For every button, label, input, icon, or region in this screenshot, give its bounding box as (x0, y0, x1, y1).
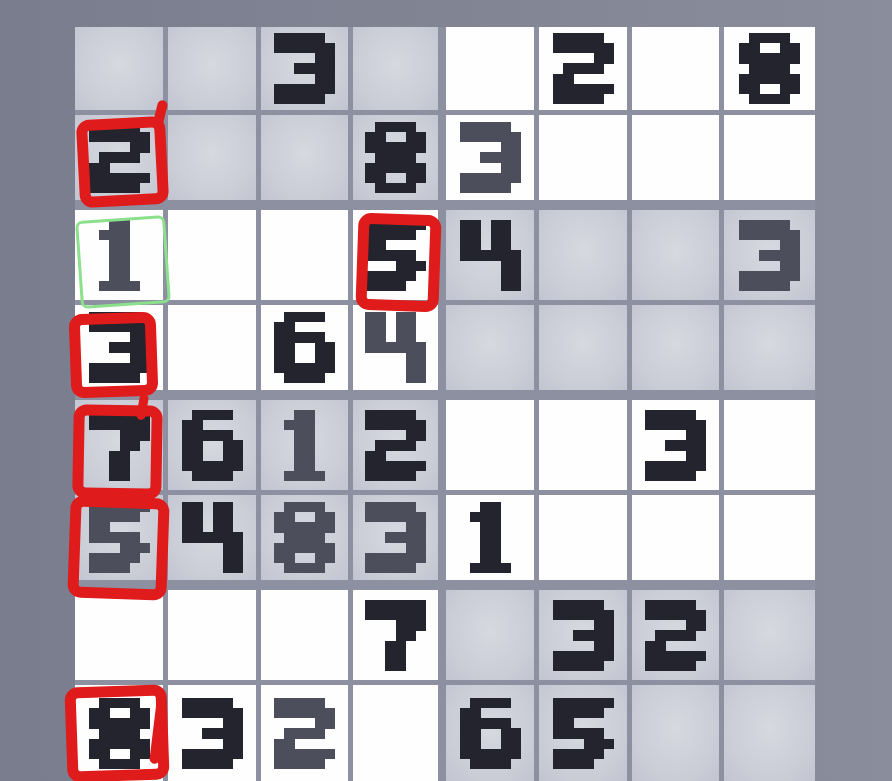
digit-2-glyph (89, 122, 150, 193)
cell-r2c7[interactable] (632, 115, 719, 200)
cell-r4c4[interactable] (353, 305, 438, 390)
digit-1-glyph (89, 220, 150, 291)
cell-r1c7[interactable] (632, 27, 719, 110)
cell-r6c5[interactable] (446, 495, 534, 580)
cell-r2c2[interactable] (168, 115, 256, 200)
digit-2-glyph (365, 410, 426, 481)
cell-r3c1[interactable] (75, 210, 163, 300)
digit-8-glyph (274, 502, 335, 573)
digit-3-glyph (460, 122, 521, 193)
digit-3-glyph (89, 312, 150, 383)
cell-r8c4[interactable] (353, 685, 438, 781)
cell-r1c2[interactable] (168, 27, 256, 110)
cell-r4c1[interactable] (75, 305, 163, 390)
digit-3-glyph (365, 502, 426, 573)
digit-2-glyph (553, 33, 614, 104)
cell-r8c8[interactable] (724, 685, 815, 781)
cell-r2c6[interactable] (539, 115, 627, 200)
digit-3-glyph (182, 698, 243, 769)
digit-6-glyph (182, 410, 243, 481)
digit-2-glyph (645, 600, 706, 671)
cell-r3c5[interactable] (446, 210, 534, 300)
cell-r4c3[interactable] (261, 305, 348, 390)
digit-3-glyph (645, 410, 706, 481)
cell-r1c5[interactable] (446, 27, 534, 110)
cell-r2c8[interactable] (724, 115, 815, 200)
cell-r8c5[interactable] (446, 685, 534, 781)
cell-r5c4[interactable] (353, 400, 438, 490)
digit-6-glyph (274, 312, 335, 383)
digit-1-glyph (460, 502, 521, 573)
cell-r6c6[interactable] (539, 495, 627, 580)
cell-r2c3[interactable] (261, 115, 348, 200)
cell-r6c7[interactable] (632, 495, 719, 580)
digit-2-glyph (274, 698, 335, 769)
cell-r1c4[interactable] (353, 27, 438, 110)
cell-r5c5[interactable] (446, 400, 534, 490)
digit-8-glyph (365, 122, 426, 193)
cell-r8c7[interactable] (632, 685, 719, 781)
cell-r4c5[interactable] (446, 305, 534, 390)
cell-r3c4[interactable] (353, 210, 438, 300)
cell-r3c2[interactable] (168, 210, 256, 300)
digit-5-glyph (365, 220, 426, 291)
cell-r4c6[interactable] (539, 305, 627, 390)
cell-r3c6[interactable] (539, 210, 627, 300)
digit-4-glyph (182, 502, 243, 573)
cell-r6c8[interactable] (724, 495, 815, 580)
digit-5-glyph (553, 698, 614, 769)
cell-r8c6[interactable] (539, 685, 627, 781)
digit-8-glyph (89, 698, 150, 769)
cell-r2c5[interactable] (446, 115, 534, 200)
digit-1-glyph (274, 410, 335, 481)
cell-r6c1[interactable] (75, 495, 163, 580)
cell-r7c5[interactable] (446, 590, 534, 680)
sudoku-app-screen (0, 0, 892, 781)
digit-4-glyph (460, 220, 521, 291)
cell-r5c1[interactable] (75, 400, 163, 490)
cell-r8c3[interactable] (261, 685, 348, 781)
digit-7-glyph (365, 600, 426, 671)
cell-r6c2[interactable] (168, 495, 256, 580)
cell-r2c4[interactable] (353, 115, 438, 200)
digit-6-glyph (460, 698, 521, 769)
cell-r1c8[interactable] (724, 27, 815, 110)
cell-r7c8[interactable] (724, 590, 815, 680)
cell-r1c6[interactable] (539, 27, 627, 110)
digit-5-glyph (89, 502, 150, 573)
cell-r7c4[interactable] (353, 590, 438, 680)
cell-r7c2[interactable] (168, 590, 256, 680)
cell-r5c3[interactable] (261, 400, 348, 490)
cell-r6c3[interactable] (261, 495, 348, 580)
cell-r5c8[interactable] (724, 400, 815, 490)
digit-3-glyph (274, 33, 335, 104)
cell-r1c1[interactable] (75, 27, 163, 110)
digit-7-glyph (89, 410, 150, 481)
cell-r6c4[interactable] (353, 495, 438, 580)
cell-r8c1[interactable] (75, 685, 163, 781)
cell-r5c6[interactable] (539, 400, 627, 490)
cell-r2c1[interactable] (75, 115, 163, 200)
cell-r8c2[interactable] (168, 685, 256, 781)
cell-r4c2[interactable] (168, 305, 256, 390)
cell-r3c3[interactable] (261, 210, 348, 300)
digit-3-glyph (553, 600, 614, 671)
cell-r7c1[interactable] (75, 590, 163, 680)
cell-r7c6[interactable] (539, 590, 627, 680)
cell-r7c3[interactable] (261, 590, 348, 680)
cell-r4c8[interactable] (724, 305, 815, 390)
cell-r7c7[interactable] (632, 590, 719, 680)
cell-r1c3[interactable] (261, 27, 348, 110)
cell-r3c8[interactable] (724, 210, 815, 300)
digit-8-glyph (739, 33, 800, 104)
digit-4-glyph (365, 312, 426, 383)
cell-r5c7[interactable] (632, 400, 719, 490)
cell-r4c7[interactable] (632, 305, 719, 390)
cell-r5c2[interactable] (168, 400, 256, 490)
digit-3-glyph (739, 220, 800, 291)
cell-r3c7[interactable] (632, 210, 719, 300)
